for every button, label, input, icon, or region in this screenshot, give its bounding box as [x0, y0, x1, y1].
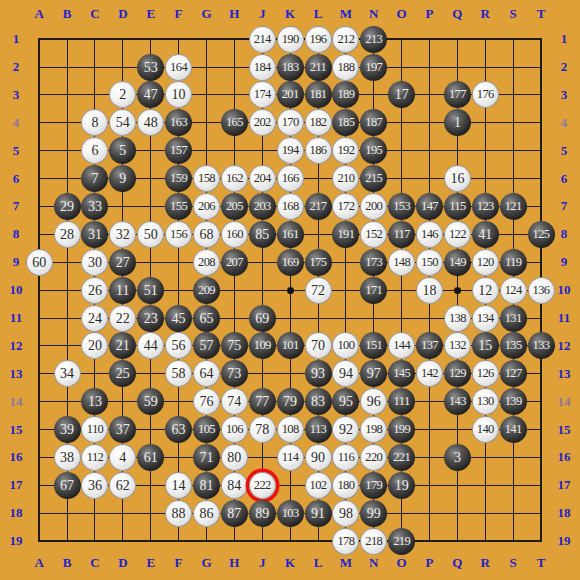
- stone-J15: 78: [249, 416, 276, 443]
- move-number: 176: [477, 81, 494, 108]
- move-number: 87: [227, 500, 241, 527]
- move-number: 147: [421, 193, 438, 220]
- move-number: 11: [116, 277, 129, 304]
- stone-G18: 86: [193, 500, 220, 527]
- stone-N7: 200: [360, 193, 387, 220]
- stone-J7: 203: [249, 193, 276, 220]
- move-number: 130: [477, 388, 494, 415]
- stone-K18: 103: [277, 500, 304, 527]
- move-number: 163: [170, 109, 187, 136]
- stone-L7: 217: [305, 193, 332, 220]
- stone-Q16: 3: [444, 444, 471, 471]
- move-number: 30: [88, 249, 102, 276]
- row-label-left-6: 6: [3, 171, 29, 187]
- stone-D10: 11: [109, 277, 136, 304]
- move-number: 133: [533, 332, 550, 359]
- stone-N13: 97: [360, 360, 387, 387]
- stone-P9: 150: [416, 249, 443, 276]
- stone-H4: 165: [221, 109, 248, 136]
- move-number: 201: [282, 81, 299, 108]
- row-label-right-12: 12: [551, 338, 577, 354]
- col-label-bottom-Q: Q: [444, 555, 470, 571]
- stone-O13: 145: [388, 360, 415, 387]
- stone-H14: 74: [221, 388, 248, 415]
- move-number: 183: [282, 54, 299, 81]
- stone-T10: 136: [528, 277, 555, 304]
- grid-line-horizontal: [38, 540, 542, 542]
- move-number: 75: [227, 332, 241, 359]
- move-number: 89: [255, 500, 269, 527]
- move-number: 100: [337, 332, 354, 359]
- move-number: 67: [60, 472, 74, 499]
- stone-M4: 185: [332, 109, 359, 136]
- move-number: 38: [60, 444, 74, 471]
- row-label-right-3: 3: [551, 87, 577, 103]
- move-number: 145: [393, 360, 410, 387]
- move-number: 113: [310, 416, 327, 443]
- move-number: 73: [227, 360, 241, 387]
- stone-O17: 19: [388, 472, 415, 499]
- move-number: 18: [423, 277, 437, 304]
- stone-F13: 58: [165, 360, 192, 387]
- stone-A9: 60: [26, 249, 53, 276]
- move-number: 72: [311, 277, 325, 304]
- col-label-bottom-P: P: [417, 555, 443, 571]
- move-number: 124: [505, 277, 522, 304]
- col-label-bottom-C: C: [82, 555, 108, 571]
- stone-D5: 5: [109, 137, 136, 164]
- stone-M7: 172: [332, 193, 359, 220]
- col-label-top-N: N: [361, 6, 387, 22]
- col-label-top-G: G: [193, 6, 219, 22]
- col-label-top-P: P: [417, 6, 443, 22]
- row-label-left-16: 16: [3, 449, 29, 465]
- move-number: 48: [144, 109, 158, 136]
- stone-P10: 18: [416, 277, 443, 304]
- col-label-top-L: L: [305, 6, 331, 22]
- stone-C15: 110: [81, 416, 108, 443]
- move-number: 12: [478, 277, 492, 304]
- stone-N10: 171: [360, 277, 387, 304]
- move-number: 105: [198, 416, 215, 443]
- move-number: 85: [255, 221, 269, 248]
- move-number: 151: [365, 332, 382, 359]
- move-number: 203: [254, 193, 271, 220]
- stone-E10: 51: [137, 277, 164, 304]
- move-number: 168: [282, 193, 299, 220]
- stone-L14: 83: [305, 388, 332, 415]
- move-number: 204: [254, 165, 271, 192]
- stone-E16: 61: [137, 444, 164, 471]
- move-number: 44: [144, 332, 158, 359]
- move-number: 92: [339, 416, 353, 443]
- move-number: 103: [282, 500, 299, 527]
- move-number: 37: [116, 416, 130, 443]
- stone-Q4: 1: [444, 109, 471, 136]
- stone-E11: 23: [137, 305, 164, 332]
- move-number: 4: [119, 444, 126, 471]
- stone-R11: 134: [472, 305, 499, 332]
- stone-H15: 106: [221, 416, 248, 443]
- stone-P12: 137: [416, 332, 443, 359]
- move-number: 117: [393, 221, 410, 248]
- star-point: [287, 287, 294, 294]
- stone-K3: 201: [277, 81, 304, 108]
- move-number: 190: [282, 26, 299, 53]
- stone-M8: 191: [332, 221, 359, 248]
- stone-Q8: 122: [444, 221, 471, 248]
- move-number: 196: [310, 26, 327, 53]
- move-number: 153: [393, 193, 410, 220]
- stone-J8: 85: [249, 221, 276, 248]
- col-label-top-F: F: [166, 6, 192, 22]
- row-label-right-8: 8: [551, 226, 577, 242]
- col-label-top-D: D: [110, 6, 136, 22]
- move-number: 79: [283, 388, 297, 415]
- stone-O7: 153: [388, 193, 415, 220]
- col-label-top-K: K: [277, 6, 303, 22]
- stone-S9: 119: [500, 249, 527, 276]
- stone-H9: 207: [221, 249, 248, 276]
- stone-R12: 15: [472, 332, 499, 359]
- stone-K5: 194: [277, 137, 304, 164]
- stone-K2: 183: [277, 54, 304, 81]
- col-label-bottom-R: R: [472, 555, 498, 571]
- stone-N17: 179: [360, 472, 387, 499]
- stone-D8: 32: [109, 221, 136, 248]
- col-label-top-R: R: [472, 6, 498, 22]
- stone-E8: 50: [137, 221, 164, 248]
- stone-H12: 75: [221, 332, 248, 359]
- move-number: 102: [310, 472, 327, 499]
- move-number: 51: [144, 277, 158, 304]
- stone-C10: 26: [81, 277, 108, 304]
- move-number: 164: [170, 54, 187, 81]
- stone-M3: 189: [332, 81, 359, 108]
- move-number: 59: [144, 388, 158, 415]
- stone-F17: 14: [165, 472, 192, 499]
- stone-S13: 127: [500, 360, 527, 387]
- move-number: 3: [454, 444, 461, 471]
- move-number: 172: [337, 193, 354, 220]
- stone-C5: 6: [81, 137, 108, 164]
- move-number: 160: [226, 221, 243, 248]
- stone-L13: 93: [305, 360, 332, 387]
- stone-K8: 161: [277, 221, 304, 248]
- stone-F11: 45: [165, 305, 192, 332]
- stone-N5: 195: [360, 137, 387, 164]
- move-number: 45: [172, 305, 186, 332]
- move-number: 106: [226, 416, 243, 443]
- row-label-left-12: 12: [3, 338, 29, 354]
- move-number: 9: [119, 165, 126, 192]
- stone-H17: 84: [221, 472, 248, 499]
- col-label-bottom-M: M: [333, 555, 359, 571]
- move-number: 96: [367, 388, 381, 415]
- stone-F15: 63: [165, 416, 192, 443]
- stone-M17: 180: [332, 472, 359, 499]
- stone-R13: 126: [472, 360, 499, 387]
- move-number: 23: [144, 305, 158, 332]
- move-number: 24: [88, 305, 102, 332]
- stone-D9: 27: [109, 249, 136, 276]
- stone-O19: 219: [388, 528, 415, 555]
- move-number: 174: [254, 81, 271, 108]
- stone-L17: 102: [305, 472, 332, 499]
- stone-C6: 7: [81, 165, 108, 192]
- stone-L12: 70: [305, 332, 332, 359]
- col-label-bottom-T: T: [528, 555, 554, 571]
- move-number: 120: [477, 249, 494, 276]
- move-number: 95: [339, 388, 353, 415]
- move-number: 173: [365, 249, 382, 276]
- stone-F2: 164: [165, 54, 192, 81]
- move-number: 6: [91, 137, 98, 164]
- stone-F4: 163: [165, 109, 192, 136]
- stone-M12: 100: [332, 332, 359, 359]
- move-number: 64: [199, 360, 213, 387]
- col-label-top-O: O: [389, 6, 415, 22]
- move-number: 198: [365, 416, 382, 443]
- stone-T8: 125: [528, 221, 555, 248]
- col-label-bottom-G: G: [193, 555, 219, 571]
- stone-K9: 169: [277, 249, 304, 276]
- move-number: 10: [172, 81, 186, 108]
- stone-R15: 140: [472, 416, 499, 443]
- move-number: 13: [88, 388, 102, 415]
- move-number: 141: [505, 416, 522, 443]
- move-number: 127: [505, 360, 522, 387]
- stone-G6: 158: [193, 165, 220, 192]
- stone-E2: 53: [137, 54, 164, 81]
- stone-N8: 152: [360, 221, 387, 248]
- move-number: 178: [337, 528, 354, 555]
- col-label-top-H: H: [221, 6, 247, 22]
- stone-C7: 33: [81, 193, 108, 220]
- move-number: 60: [32, 249, 46, 276]
- stone-N2: 197: [360, 54, 387, 81]
- col-label-top-E: E: [138, 6, 164, 22]
- row-label-right-11: 11: [551, 310, 577, 326]
- move-number: 70: [311, 332, 325, 359]
- stone-L16: 90: [305, 444, 332, 471]
- move-number: 28: [60, 221, 74, 248]
- move-number: 218: [365, 528, 382, 555]
- move-number: 15: [478, 332, 492, 359]
- stone-H8: 160: [221, 221, 248, 248]
- stone-J14: 77: [249, 388, 276, 415]
- stone-M14: 95: [332, 388, 359, 415]
- stone-E12: 44: [137, 332, 164, 359]
- move-number: 84: [227, 472, 241, 499]
- move-number: 138: [449, 305, 466, 332]
- move-number: 7: [91, 165, 98, 192]
- stone-S15: 141: [500, 416, 527, 443]
- move-number: 208: [198, 249, 215, 276]
- stone-S11: 131: [500, 305, 527, 332]
- move-number: 217: [310, 193, 327, 220]
- stone-B7: 29: [54, 193, 81, 220]
- stone-F6: 159: [165, 165, 192, 192]
- row-label-right-10: 10: [551, 282, 577, 298]
- stone-M15: 92: [332, 416, 359, 443]
- move-number: 27: [116, 249, 130, 276]
- stone-J1: 214: [249, 26, 276, 53]
- move-number: 126: [477, 360, 494, 387]
- stone-N4: 187: [360, 109, 387, 136]
- row-label-left-14: 14: [3, 394, 29, 410]
- stone-P13: 142: [416, 360, 443, 387]
- stone-F12: 56: [165, 332, 192, 359]
- stone-F5: 157: [165, 137, 192, 164]
- move-number: 61: [144, 444, 158, 471]
- row-label-left-10: 10: [3, 282, 29, 298]
- move-number: 65: [199, 305, 213, 332]
- move-number: 140: [477, 416, 494, 443]
- row-label-right-6: 6: [551, 171, 577, 187]
- move-number: 71: [199, 444, 213, 471]
- row-label-left-18: 18: [3, 505, 29, 521]
- move-number: 182: [310, 109, 327, 136]
- stone-Q11: 138: [444, 305, 471, 332]
- row-label-left-15: 15: [3, 422, 29, 438]
- col-label-top-C: C: [82, 6, 108, 22]
- col-label-bottom-O: O: [389, 555, 415, 571]
- go-board[interactable]: AABBCCDDEEFFGGHHJJKKLLMMNNOOPPQQRRSSTT11…: [0, 0, 580, 580]
- move-number: 33: [88, 193, 102, 220]
- move-number: 187: [365, 109, 382, 136]
- move-number: 22: [116, 305, 130, 332]
- stone-N9: 173: [360, 249, 387, 276]
- row-label-right-19: 19: [551, 533, 577, 549]
- move-number: 222: [254, 472, 271, 499]
- move-number: 74: [227, 388, 241, 415]
- move-number: 137: [421, 332, 438, 359]
- stone-K6: 166: [277, 165, 304, 192]
- move-number: 97: [367, 360, 381, 387]
- move-number: 175: [310, 249, 327, 276]
- stone-Q14: 143: [444, 388, 471, 415]
- move-number: 189: [337, 81, 354, 108]
- stone-Q3: 177: [444, 81, 471, 108]
- move-number: 63: [172, 416, 186, 443]
- stone-K16: 114: [277, 444, 304, 471]
- stone-O8: 117: [388, 221, 415, 248]
- stone-N15: 198: [360, 416, 387, 443]
- move-number: 206: [198, 193, 215, 220]
- move-number: 142: [421, 360, 438, 387]
- stone-G13: 64: [193, 360, 220, 387]
- col-label-top-Q: Q: [444, 6, 470, 22]
- move-number: 112: [87, 444, 104, 471]
- stone-S12: 135: [500, 332, 527, 359]
- stone-M1: 212: [332, 26, 359, 53]
- move-number: 93: [311, 360, 325, 387]
- stone-D15: 37: [109, 416, 136, 443]
- col-label-bottom-F: F: [166, 555, 192, 571]
- stone-L10: 72: [305, 277, 332, 304]
- stone-B17: 67: [54, 472, 81, 499]
- move-number: 5: [119, 137, 126, 164]
- move-number: 207: [226, 249, 243, 276]
- move-number: 81: [199, 472, 213, 499]
- move-number: 209: [198, 277, 215, 304]
- move-number: 36: [88, 472, 102, 499]
- row-label-left-5: 5: [3, 143, 29, 159]
- col-label-bottom-E: E: [138, 555, 164, 571]
- move-number: 150: [421, 249, 438, 276]
- move-number: 54: [116, 109, 130, 136]
- col-label-top-B: B: [54, 6, 80, 22]
- move-number: 29: [60, 193, 74, 220]
- stone-R3: 176: [472, 81, 499, 108]
- stone-G9: 208: [193, 249, 220, 276]
- move-number: 186: [310, 137, 327, 164]
- move-number: 165: [226, 109, 243, 136]
- move-number: 25: [116, 360, 130, 387]
- move-number: 219: [393, 528, 410, 555]
- stone-K15: 108: [277, 416, 304, 443]
- move-number: 179: [365, 472, 382, 499]
- move-number: 161: [282, 221, 299, 248]
- move-number: 58: [172, 360, 186, 387]
- move-number: 53: [144, 54, 158, 81]
- move-number: 132: [449, 332, 466, 359]
- move-number: 26: [88, 277, 102, 304]
- col-label-top-T: T: [528, 6, 554, 22]
- row-label-right-14: 14: [551, 394, 577, 410]
- stone-G17: 81: [193, 472, 220, 499]
- stone-D4: 54: [109, 109, 136, 136]
- move-number: 98: [339, 500, 353, 527]
- stone-O14: 111: [388, 388, 415, 415]
- stone-C9: 30: [81, 249, 108, 276]
- move-number: 162: [226, 165, 243, 192]
- move-number: 181: [310, 81, 327, 108]
- stone-E3: 47: [137, 81, 164, 108]
- move-number: 123: [477, 193, 494, 220]
- stone-F3: 10: [165, 81, 192, 108]
- move-number: 169: [282, 249, 299, 276]
- stone-M2: 188: [332, 54, 359, 81]
- stone-L9: 175: [305, 249, 332, 276]
- stone-Q13: 129: [444, 360, 471, 387]
- move-number: 125: [533, 221, 550, 248]
- col-label-top-S: S: [500, 6, 526, 22]
- move-number: 210: [337, 165, 354, 192]
- move-number: 19: [395, 472, 409, 499]
- stone-R7: 123: [472, 193, 499, 220]
- move-number: 115: [449, 193, 466, 220]
- stone-P7: 147: [416, 193, 443, 220]
- stone-L5: 186: [305, 137, 332, 164]
- move-number: 50: [144, 221, 158, 248]
- stone-H18: 87: [221, 500, 248, 527]
- move-number: 16: [450, 165, 464, 192]
- move-number: 109: [254, 332, 271, 359]
- stone-K1: 190: [277, 26, 304, 53]
- col-label-bottom-K: K: [277, 555, 303, 571]
- move-number: 32: [116, 221, 130, 248]
- move-number: 91: [311, 500, 325, 527]
- stone-K7: 168: [277, 193, 304, 220]
- move-number: 192: [337, 137, 354, 164]
- stone-K14: 79: [277, 388, 304, 415]
- stone-S7: 121: [500, 193, 527, 220]
- move-number: 191: [337, 221, 354, 248]
- stone-C16: 112: [81, 444, 108, 471]
- move-number: 14: [172, 472, 186, 499]
